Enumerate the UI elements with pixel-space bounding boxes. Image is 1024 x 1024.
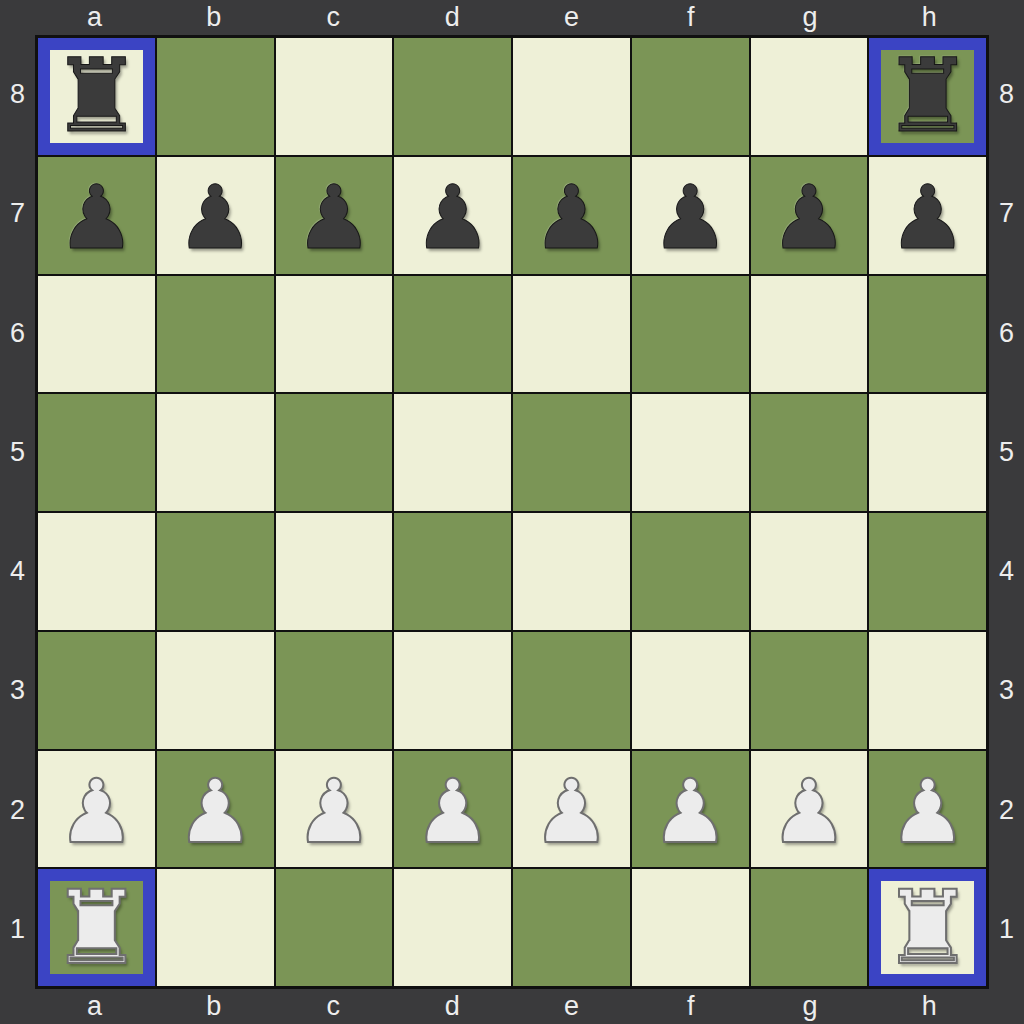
- square-h2[interactable]: ♟: [869, 751, 986, 868]
- square-f8[interactable]: [632, 38, 749, 155]
- rank-label-2: 2: [0, 797, 35, 824]
- square-f6[interactable]: [632, 276, 749, 393]
- square-d1[interactable]: [394, 869, 511, 986]
- square-h7[interactable]: ♟: [869, 157, 986, 274]
- square-g8[interactable]: [751, 38, 868, 155]
- square-e6[interactable]: [513, 276, 630, 393]
- square-b1[interactable]: [157, 869, 274, 986]
- rank-labels-right: 87654321: [989, 35, 1024, 989]
- square-g2[interactable]: ♟: [751, 751, 868, 868]
- rank-label-7: 7: [0, 200, 35, 227]
- square-h1[interactable]: ♜: [869, 869, 986, 986]
- rank-label-6: 6: [0, 320, 35, 347]
- square-e7[interactable]: ♟: [513, 157, 630, 274]
- file-label-h: h: [870, 4, 989, 31]
- white-pawn-h2[interactable]: ♟: [888, 768, 967, 856]
- square-f3[interactable]: [632, 632, 749, 749]
- square-f7[interactable]: ♟: [632, 157, 749, 274]
- square-f2[interactable]: ♟: [632, 751, 749, 868]
- square-f5[interactable]: [632, 394, 749, 511]
- black-pawn-a7[interactable]: ♟: [57, 174, 136, 262]
- file-labels-top: abcdefgh: [35, 0, 989, 35]
- square-g1[interactable]: [751, 869, 868, 986]
- square-d2[interactable]: ♟: [394, 751, 511, 868]
- file-label-f: f: [631, 4, 750, 31]
- square-b2[interactable]: ♟: [157, 751, 274, 868]
- square-c5[interactable]: [276, 394, 393, 511]
- rank-label-5: 5: [989, 439, 1024, 466]
- square-d8[interactable]: [394, 38, 511, 155]
- rank-label-3: 3: [0, 677, 35, 704]
- square-a1[interactable]: ♜: [38, 869, 155, 986]
- white-pawn-c2[interactable]: ♟: [294, 768, 373, 856]
- square-g6[interactable]: [751, 276, 868, 393]
- square-e8[interactable]: [513, 38, 630, 155]
- square-d3[interactable]: [394, 632, 511, 749]
- square-a2[interactable]: ♟: [38, 751, 155, 868]
- rank-label-3: 3: [989, 677, 1024, 704]
- square-c1[interactable]: [276, 869, 393, 986]
- file-label-e: e: [512, 4, 631, 31]
- white-pawn-b2[interactable]: ♟: [176, 768, 255, 856]
- rank-label-4: 4: [989, 558, 1024, 585]
- square-b5[interactable]: [157, 394, 274, 511]
- rank-label-5: 5: [0, 439, 35, 466]
- file-label-g: g: [751, 4, 870, 31]
- square-b6[interactable]: [157, 276, 274, 393]
- file-label-d: d: [393, 4, 512, 31]
- rank-label-1: 1: [0, 916, 35, 943]
- square-a7[interactable]: ♟: [38, 157, 155, 274]
- white-rook-h1[interactable]: ♜: [882, 877, 973, 979]
- square-b4[interactable]: [157, 513, 274, 630]
- black-rook-h8[interactable]: ♜: [882, 45, 973, 147]
- black-pawn-h7[interactable]: ♟: [888, 174, 967, 262]
- square-a3[interactable]: [38, 632, 155, 749]
- square-c8[interactable]: [276, 38, 393, 155]
- square-c7[interactable]: ♟: [276, 157, 393, 274]
- square-a4[interactable]: [38, 513, 155, 630]
- square-f4[interactable]: [632, 513, 749, 630]
- white-pawn-d2[interactable]: ♟: [413, 768, 492, 856]
- file-label-b: b: [154, 4, 273, 31]
- rank-labels-left: 87654321: [0, 35, 35, 989]
- square-c2[interactable]: ♟: [276, 751, 393, 868]
- black-pawn-b7[interactable]: ♟: [176, 174, 255, 262]
- chess-board: ♜♜♟♟♟♟♟♟♟♟♟♟♟♟♟♟♟♟♜♜: [35, 35, 989, 989]
- rank-label-7: 7: [989, 200, 1024, 227]
- white-pawn-g2[interactable]: ♟: [769, 768, 848, 856]
- square-h6[interactable]: [869, 276, 986, 393]
- file-label-a: a: [35, 4, 154, 31]
- square-h4[interactable]: [869, 513, 986, 630]
- square-e3[interactable]: [513, 632, 630, 749]
- square-a8[interactable]: ♜: [38, 38, 155, 155]
- file-label-f: f: [631, 993, 750, 1020]
- square-c3[interactable]: [276, 632, 393, 749]
- square-g7[interactable]: ♟: [751, 157, 868, 274]
- square-b8[interactable]: [157, 38, 274, 155]
- square-g5[interactable]: [751, 394, 868, 511]
- white-pawn-f2[interactable]: ♟: [651, 768, 730, 856]
- rank-label-2: 2: [989, 797, 1024, 824]
- white-pawn-e2[interactable]: ♟: [532, 768, 611, 856]
- chess-board-frame: abcdefgh abcdefgh 87654321 87654321 ♜♜♟♟…: [0, 0, 1024, 1024]
- white-pawn-a2[interactable]: ♟: [57, 768, 136, 856]
- file-label-c: c: [274, 4, 393, 31]
- black-pawn-f7[interactable]: ♟: [651, 174, 730, 262]
- black-pawn-c7[interactable]: ♟: [294, 174, 373, 262]
- square-a5[interactable]: [38, 394, 155, 511]
- file-labels-bottom: abcdefgh: [35, 989, 989, 1024]
- black-pawn-d7[interactable]: ♟: [413, 174, 492, 262]
- black-pawn-e7[interactable]: ♟: [532, 174, 611, 262]
- square-e2[interactable]: ♟: [513, 751, 630, 868]
- file-label-a: a: [35, 993, 154, 1020]
- file-label-d: d: [393, 993, 512, 1020]
- file-label-e: e: [512, 993, 631, 1020]
- file-label-b: b: [154, 993, 273, 1020]
- rank-label-8: 8: [0, 81, 35, 108]
- file-label-h: h: [870, 993, 989, 1020]
- square-d6[interactable]: [394, 276, 511, 393]
- rank-label-1: 1: [989, 916, 1024, 943]
- square-g4[interactable]: [751, 513, 868, 630]
- square-d4[interactable]: [394, 513, 511, 630]
- square-d7[interactable]: ♟: [394, 157, 511, 274]
- file-label-c: c: [274, 993, 393, 1020]
- square-h8[interactable]: ♜: [869, 38, 986, 155]
- square-h5[interactable]: [869, 394, 986, 511]
- square-h3[interactable]: [869, 632, 986, 749]
- square-a6[interactable]: [38, 276, 155, 393]
- square-e4[interactable]: [513, 513, 630, 630]
- file-label-g: g: [751, 993, 870, 1020]
- black-pawn-g7[interactable]: ♟: [769, 174, 848, 262]
- square-g3[interactable]: [751, 632, 868, 749]
- rank-label-8: 8: [989, 81, 1024, 108]
- square-b7[interactable]: ♟: [157, 157, 274, 274]
- square-c6[interactable]: [276, 276, 393, 393]
- square-d5[interactable]: [394, 394, 511, 511]
- square-c4[interactable]: [276, 513, 393, 630]
- square-e5[interactable]: [513, 394, 630, 511]
- rank-label-6: 6: [989, 320, 1024, 347]
- square-b3[interactable]: [157, 632, 274, 749]
- square-f1[interactable]: [632, 869, 749, 986]
- white-rook-a1[interactable]: ♜: [51, 877, 142, 979]
- black-rook-a8[interactable]: ♜: [51, 45, 142, 147]
- rank-label-4: 4: [0, 558, 35, 585]
- square-e1[interactable]: [513, 869, 630, 986]
